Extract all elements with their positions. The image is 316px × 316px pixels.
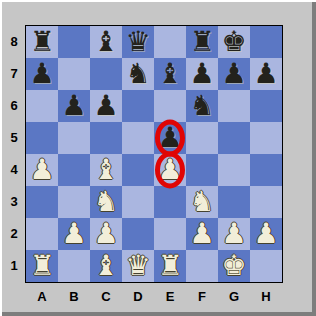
piece-white-pawn: ♟: [189, 218, 214, 250]
square-c6[interactable]: ♟: [90, 90, 122, 122]
rank-label-5: 5: [0, 121, 25, 153]
piece-white-pawn: ♟: [253, 218, 278, 250]
file-label-a: A: [26, 283, 58, 309]
rank-label-1: 1: [0, 249, 25, 281]
piece-white-pawn: ♟: [29, 154, 54, 186]
piece-white-pawn: ♟: [157, 154, 182, 186]
square-d1[interactable]: ♛: [122, 250, 154, 282]
rank-label-7: 7: [0, 57, 25, 89]
square-b7[interactable]: [58, 58, 90, 90]
square-e8[interactable]: [154, 26, 186, 58]
square-h1[interactable]: [250, 250, 282, 282]
square-h5[interactable]: [250, 122, 282, 154]
square-a1[interactable]: ♜: [26, 250, 58, 282]
square-g3[interactable]: [218, 186, 250, 218]
file-label-c: C: [90, 283, 122, 309]
rank-label-6: 6: [0, 89, 25, 121]
square-h4[interactable]: [250, 154, 282, 186]
square-g6[interactable]: [218, 90, 250, 122]
chess-app-window: 87654321 ♜♝♛♜♚♟♞♝♟♟♟♟♟♞♟♟♝♟♞♞♟♟♟♟♟♜♝♛♜♚ …: [0, 0, 316, 316]
piece-black-knight: ♞: [189, 90, 214, 122]
square-f4[interactable]: [186, 154, 218, 186]
square-d4[interactable]: [122, 154, 154, 186]
piece-white-knight: ♞: [189, 186, 214, 218]
piece-white-queen: ♛: [125, 250, 150, 282]
piece-white-rook: ♜: [157, 250, 182, 282]
square-c2[interactable]: ♟: [90, 218, 122, 250]
square-a7[interactable]: ♟: [26, 58, 58, 90]
piece-white-rook: ♜: [29, 250, 54, 282]
square-f5[interactable]: [186, 122, 218, 154]
square-g1[interactable]: ♚: [218, 250, 250, 282]
square-b3[interactable]: [58, 186, 90, 218]
piece-black-pawn: ♟: [253, 58, 278, 90]
square-a2[interactable]: [26, 218, 58, 250]
square-e4[interactable]: ♟: [154, 154, 186, 186]
piece-black-king: ♚: [221, 26, 246, 58]
piece-white-pawn: ♟: [93, 218, 118, 250]
square-b8[interactable]: [58, 26, 90, 58]
square-f1[interactable]: [186, 250, 218, 282]
square-a5[interactable]: [26, 122, 58, 154]
piece-black-bishop: ♝: [157, 58, 182, 90]
piece-black-pawn: ♟: [189, 58, 214, 90]
square-g5[interactable]: [218, 122, 250, 154]
rank-label-2: 2: [0, 217, 25, 249]
square-e5[interactable]: ♟: [154, 122, 186, 154]
square-g7[interactable]: ♟: [218, 58, 250, 90]
rank-label-4: 4: [0, 153, 25, 185]
file-label-d: D: [122, 283, 154, 309]
piece-black-knight: ♞: [125, 58, 150, 90]
piece-white-pawn: ♟: [61, 218, 86, 250]
square-c7[interactable]: [90, 58, 122, 90]
board-grid: ♜♝♛♜♚♟♞♝♟♟♟♟♟♞♟♟♝♟♞♞♟♟♟♟♟♜♝♛♜♚: [26, 26, 282, 282]
piece-white-pawn: ♟: [221, 218, 246, 250]
square-g4[interactable]: [218, 154, 250, 186]
square-c1[interactable]: ♝: [90, 250, 122, 282]
square-a3[interactable]: [26, 186, 58, 218]
rank-labels: 87654321: [0, 25, 25, 281]
rank-label-3: 3: [0, 185, 25, 217]
piece-black-pawn: ♟: [157, 122, 182, 154]
square-g2[interactable]: ♟: [218, 218, 250, 250]
piece-white-bishop: ♝: [93, 154, 118, 186]
file-labels: ABCDEFGH: [26, 283, 282, 309]
piece-white-knight: ♞: [93, 186, 118, 218]
square-d6[interactable]: [122, 90, 154, 122]
file-label-h: H: [250, 283, 282, 309]
square-a6[interactable]: [26, 90, 58, 122]
square-h3[interactable]: [250, 186, 282, 218]
square-c5[interactable]: [90, 122, 122, 154]
square-f2[interactable]: ♟: [186, 218, 218, 250]
square-d3[interactable]: [122, 186, 154, 218]
square-f3[interactable]: ♞: [186, 186, 218, 218]
square-h7[interactable]: ♟: [250, 58, 282, 90]
square-b4[interactable]: [58, 154, 90, 186]
piece-black-rook: ♜: [189, 26, 214, 58]
square-d5[interactable]: [122, 122, 154, 154]
square-h6[interactable]: [250, 90, 282, 122]
square-b5[interactable]: [58, 122, 90, 154]
square-h8[interactable]: [250, 26, 282, 58]
square-a8[interactable]: ♜: [26, 26, 58, 58]
square-e7[interactable]: ♝: [154, 58, 186, 90]
rank-label-8: 8: [0, 25, 25, 57]
square-b2[interactable]: ♟: [58, 218, 90, 250]
piece-black-bishop: ♝: [93, 26, 118, 58]
square-c4[interactable]: ♝: [90, 154, 122, 186]
square-c3[interactable]: ♞: [90, 186, 122, 218]
square-f7[interactable]: ♟: [186, 58, 218, 90]
chess-board: ♜♝♛♜♚♟♞♝♟♟♟♟♟♞♟♟♝♟♞♞♟♟♟♟♟♜♝♛♜♚: [25, 25, 283, 283]
square-f8[interactable]: ♜: [186, 26, 218, 58]
square-f6[interactable]: ♞: [186, 90, 218, 122]
file-label-g: G: [218, 283, 250, 309]
piece-black-pawn: ♟: [93, 90, 118, 122]
file-label-b: B: [58, 283, 90, 309]
square-e3[interactable]: [154, 186, 186, 218]
piece-black-pawn: ♟: [61, 90, 86, 122]
square-e2[interactable]: [154, 218, 186, 250]
square-e6[interactable]: [154, 90, 186, 122]
square-d2[interactable]: [122, 218, 154, 250]
square-a4[interactable]: ♟: [26, 154, 58, 186]
piece-black-queen: ♛: [125, 26, 150, 58]
file-label-f: F: [186, 283, 218, 309]
square-b6[interactable]: ♟: [58, 90, 90, 122]
square-e1[interactable]: ♜: [154, 250, 186, 282]
square-g8[interactable]: ♚: [218, 26, 250, 58]
square-h2[interactable]: ♟: [250, 218, 282, 250]
square-d8[interactable]: ♛: [122, 26, 154, 58]
piece-white-bishop: ♝: [93, 250, 118, 282]
square-d7[interactable]: ♞: [122, 58, 154, 90]
piece-black-pawn: ♟: [221, 58, 246, 90]
piece-black-rook: ♜: [29, 26, 54, 58]
piece-black-pawn: ♟: [29, 58, 54, 90]
square-b1[interactable]: [58, 250, 90, 282]
file-label-e: E: [154, 283, 186, 309]
piece-white-king: ♚: [221, 250, 246, 282]
square-c8[interactable]: ♝: [90, 26, 122, 58]
